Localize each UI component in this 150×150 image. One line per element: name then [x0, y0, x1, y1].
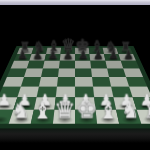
piece-white-knight[interactable]: ♞ — [11, 101, 29, 122]
piece-black-pawn[interactable]: ♟ — [123, 48, 133, 60]
square-c6[interactable] — [43, 61, 60, 69]
square-d6[interactable] — [59, 61, 75, 69]
square-f6[interactable] — [90, 61, 107, 69]
square-h5[interactable] — [123, 68, 143, 77]
square-a7[interactable]: ♟ — [14, 54, 31, 61]
chess-app-window: ♜♞♝♛♚♝♞♜♟♟♟♟♟♟♟♟♟♟♟♟♟♟♟♟♜♞♝♛♚♝♞♜ — [0, 0, 150, 150]
square-f4[interactable] — [92, 77, 111, 87]
square-d7[interactable]: ♟ — [60, 54, 75, 61]
piece-white-king[interactable]: ♚ — [75, 98, 97, 122]
square-h6[interactable] — [121, 61, 140, 69]
piece-white-knight[interactable]: ♞ — [121, 101, 139, 122]
square-b4[interactable] — [21, 77, 41, 87]
chess-board: ♜♞♝♛♚♝♞♜♟♟♟♟♟♟♟♟♟♟♟♟♟♟♟♟♜♞♝♛♚♝♞♜ — [0, 46, 150, 128]
square-b7[interactable]: ♟ — [29, 54, 46, 61]
piece-white-bishop[interactable]: ♝ — [98, 100, 118, 122]
square-d4[interactable] — [57, 77, 75, 87]
piece-black-pawn[interactable]: ♟ — [77, 48, 87, 60]
square-b1[interactable]: ♞ — [9, 110, 34, 124]
square-g5[interactable] — [107, 68, 126, 77]
piece-black-pawn[interactable]: ♟ — [17, 48, 27, 60]
square-g6[interactable] — [105, 61, 123, 69]
square-f5[interactable] — [91, 68, 109, 77]
piece-black-pawn[interactable]: ♟ — [47, 48, 57, 60]
piece-black-pawn[interactable]: ♟ — [62, 48, 72, 60]
square-f1[interactable]: ♝ — [96, 110, 120, 124]
square-c4[interactable] — [39, 77, 58, 87]
square-f7[interactable]: ♟ — [89, 54, 105, 61]
square-e1[interactable]: ♚ — [75, 110, 97, 124]
piece-black-pawn[interactable]: ♟ — [108, 48, 118, 60]
square-h7[interactable]: ♟ — [118, 54, 135, 61]
square-b5[interactable] — [24, 68, 43, 77]
square-e4[interactable] — [75, 77, 93, 87]
square-e5[interactable] — [75, 68, 92, 77]
square-e7[interactable]: ♟ — [75, 54, 90, 61]
piece-white-bishop[interactable]: ♝ — [32, 100, 52, 122]
square-c5[interactable] — [41, 68, 59, 77]
board-scene: ♜♞♝♛♚♝♞♜♟♟♟♟♟♟♟♟♟♟♟♟♟♟♟♟♜♞♝♛♚♝♞♜ — [2, 4, 148, 150]
square-g7[interactable]: ♟ — [104, 54, 121, 61]
square-a5[interactable] — [7, 68, 27, 77]
square-d1[interactable]: ♛ — [53, 110, 75, 124]
square-d5[interactable] — [58, 68, 75, 77]
square-h4[interactable] — [126, 77, 147, 87]
piece-white-queen[interactable]: ♛ — [53, 98, 75, 122]
piece-white-rook[interactable]: ♜ — [143, 103, 150, 122]
square-g1[interactable]: ♞ — [116, 110, 141, 124]
piece-black-pawn[interactable]: ♟ — [32, 48, 42, 60]
square-e6[interactable] — [75, 61, 91, 69]
square-b6[interactable] — [27, 61, 45, 69]
piece-black-pawn[interactable]: ♟ — [93, 48, 103, 60]
square-g4[interactable] — [109, 77, 129, 87]
piece-white-rook[interactable]: ♜ — [0, 103, 7, 122]
square-c7[interactable]: ♟ — [45, 54, 61, 61]
square-a4[interactable] — [3, 77, 24, 87]
square-c1[interactable]: ♝ — [31, 110, 55, 124]
